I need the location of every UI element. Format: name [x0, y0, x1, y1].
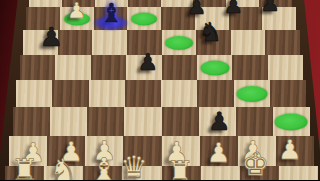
square-e4[interactable] [161, 80, 197, 107]
square-a8[interactable] [29, 0, 62, 7]
square-b5[interactable] [55, 55, 90, 80]
piece-black-pawn-g7[interactable]: ♟ [224, 0, 244, 17]
piece-black-pawn-d5[interactable]: ♟ [138, 50, 159, 73]
square-f1[interactable] [201, 166, 240, 180]
piece-white-rook-a1[interactable]: ♜ [11, 155, 39, 181]
square-c5[interactable] [91, 55, 126, 80]
piece-white-rook-e1[interactable]: ♜ [166, 157, 194, 181]
piece-black-knight-f6[interactable]: ♞ [199, 19, 222, 45]
square-f4[interactable] [197, 80, 233, 107]
square-g5[interactable] [232, 55, 267, 80]
square-d4[interactable] [125, 80, 161, 107]
square-h4[interactable] [270, 80, 306, 107]
legal-move-dot-g4[interactable] [236, 86, 267, 102]
piece-black-pawn-f7[interactable]: ♟ [187, 0, 207, 18]
piece-black-bishop-c8[interactable]: ♝ [100, 0, 123, 26]
square-g6[interactable] [231, 30, 266, 55]
legal-move-dot-e6[interactable] [165, 36, 193, 50]
square-c6[interactable] [92, 30, 127, 55]
chess-app-stage: ♝♟♟♟♟♞♟♟♟♟♟♟♟♟♟♟♜♞♝♛♜♚ [0, 0, 320, 180]
square-e3[interactable] [162, 107, 199, 136]
square-h1[interactable] [279, 166, 318, 180]
square-c3[interactable] [87, 107, 124, 136]
piece-white-bishop-c1[interactable]: ♝ [90, 154, 118, 181]
square-c4[interactable] [89, 80, 125, 107]
square-h6[interactable] [265, 30, 300, 55]
square-a4[interactable] [16, 80, 52, 107]
board-rank-6 [23, 30, 300, 55]
board-rank-3 [13, 107, 310, 136]
square-h5[interactable] [268, 55, 303, 80]
square-b4[interactable] [52, 80, 88, 107]
square-b3[interactable] [50, 107, 87, 136]
piece-white-pawn-b7[interactable]: ♟ [67, 0, 87, 22]
legal-move-dot-h3[interactable] [275, 113, 308, 130]
square-d3[interactable] [124, 107, 161, 136]
square-a3[interactable] [13, 107, 50, 136]
square-e5[interactable] [162, 55, 197, 80]
piece-white-pawn-f2[interactable]: ♟ [207, 139, 231, 166]
square-d8[interactable] [128, 0, 161, 7]
piece-white-queen-d1[interactable]: ♛ [120, 152, 148, 181]
square-a5[interactable] [20, 55, 55, 80]
piece-white-pawn-h2[interactable]: ♟ [278, 136, 302, 163]
legal-move-dot-f5[interactable] [200, 60, 229, 75]
piece-black-pawn-h7[interactable]: ♟ [260, 0, 280, 15]
piece-white-knight-b1[interactable]: ♞ [50, 155, 78, 181]
piece-black-pawn-f3[interactable]: ♟ [208, 108, 230, 133]
legal-move-dot-d7[interactable] [131, 12, 157, 25]
square-g3[interactable] [236, 107, 273, 136]
board-rank-5 [20, 55, 303, 80]
piece-white-king-g1[interactable]: ♚ [241, 149, 269, 180]
piece-black-pawn-a6[interactable]: ♟ [40, 24, 63, 50]
